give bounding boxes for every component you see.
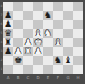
- square-h3[interactable]: [73, 47, 83, 56]
- square-b2[interactable]: ♚: [13, 56, 23, 65]
- piece-white-rook[interactable]: ♜: [24, 47, 32, 56]
- square-g2[interactable]: ♝: [63, 56, 73, 65]
- square-c4[interactable]: ♟: [23, 38, 33, 47]
- file-label-a: A: [3, 74, 13, 81]
- square-f4[interactable]: ♝: [53, 38, 63, 47]
- file-label-c: C: [23, 74, 33, 81]
- square-h2[interactable]: [73, 56, 83, 65]
- piece-white-knight[interactable]: ♞: [44, 29, 52, 38]
- square-d4[interactable]: ♚: [33, 38, 43, 47]
- square-b7[interactable]: [13, 11, 23, 20]
- piece-black-pawn[interactable]: ♟: [4, 47, 12, 56]
- square-c7[interactable]: [23, 11, 33, 20]
- square-b8[interactable]: [13, 2, 23, 11]
- square-f2[interactable]: ♞: [53, 56, 63, 65]
- square-e4[interactable]: [43, 38, 53, 47]
- square-e3[interactable]: [43, 47, 53, 56]
- square-g6[interactable]: [63, 20, 73, 29]
- square-g5[interactable]: [63, 29, 73, 38]
- square-c8[interactable]: [23, 2, 33, 11]
- piece-white-pawn[interactable]: ♟: [34, 47, 42, 56]
- square-g8[interactable]: [63, 2, 73, 11]
- piece-black-queen[interactable]: ♛: [4, 29, 12, 38]
- square-e7[interactable]: ♞: [43, 11, 53, 20]
- square-g4[interactable]: [63, 38, 73, 47]
- piece-black-pawn[interactable]: ♟: [4, 20, 12, 29]
- square-h5[interactable]: [73, 29, 83, 38]
- piece-white-bishop[interactable]: ♝: [34, 29, 42, 38]
- file-labels: ABCDEFGH: [3, 74, 83, 81]
- square-d3[interactable]: ♟: [33, 47, 43, 56]
- file-label-g: G: [63, 74, 73, 81]
- square-d8[interactable]: [33, 2, 43, 11]
- square-b4[interactable]: [13, 38, 23, 47]
- square-g3[interactable]: [63, 47, 73, 56]
- file-label-f: F: [53, 74, 63, 81]
- square-h7[interactable]: [73, 11, 83, 20]
- square-e6[interactable]: [43, 20, 53, 29]
- file-label-d: D: [33, 74, 43, 81]
- file-label-h: H: [73, 74, 83, 81]
- square-e1[interactable]: [43, 65, 53, 74]
- square-e5[interactable]: ♞: [43, 29, 53, 38]
- square-a5[interactable]: ♛: [3, 29, 13, 38]
- piece-white-bishop[interactable]: ♝: [54, 38, 62, 47]
- square-d2[interactable]: [33, 56, 43, 65]
- piece-white-pawn[interactable]: ♟: [14, 47, 22, 56]
- square-c2[interactable]: [23, 56, 33, 65]
- square-c1[interactable]: [23, 65, 33, 74]
- square-a4[interactable]: ♜: [3, 38, 13, 47]
- square-h8[interactable]: [73, 2, 83, 11]
- square-a3[interactable]: ♟: [3, 47, 13, 56]
- square-h6[interactable]: [73, 20, 83, 29]
- square-e8[interactable]: [43, 2, 53, 11]
- square-a8[interactable]: [3, 2, 13, 11]
- square-h4[interactable]: [73, 38, 83, 47]
- square-b3[interactable]: ♟: [13, 47, 23, 56]
- square-c6[interactable]: [23, 20, 33, 29]
- piece-white-king[interactable]: ♚: [34, 38, 42, 47]
- square-d6[interactable]: [33, 20, 43, 29]
- square-f3[interactable]: [53, 47, 63, 56]
- piece-black-king[interactable]: ♚: [14, 56, 22, 65]
- square-d7[interactable]: [33, 11, 43, 20]
- chess-board[interactable]: ♟♞♟♛♝♞♜♟♚♝♟♟♜♟♚♞♝: [3, 2, 83, 74]
- square-f7[interactable]: [53, 11, 63, 20]
- file-label-b: B: [13, 74, 23, 81]
- square-e2[interactable]: [43, 56, 53, 65]
- square-g1[interactable]: [63, 65, 73, 74]
- square-a7[interactable]: ♟: [3, 11, 13, 20]
- square-f5[interactable]: [53, 29, 63, 38]
- square-d1[interactable]: [33, 65, 43, 74]
- square-b5[interactable]: [13, 29, 23, 38]
- piece-black-knight[interactable]: ♞: [44, 11, 52, 20]
- square-f8[interactable]: [53, 2, 63, 11]
- square-c5[interactable]: [23, 29, 33, 38]
- piece-white-pawn[interactable]: ♟: [24, 38, 32, 47]
- square-d5[interactable]: ♝: [33, 29, 43, 38]
- square-a6[interactable]: ♟: [3, 20, 13, 29]
- square-g7[interactable]: [63, 11, 73, 20]
- piece-black-knight[interactable]: ♞: [54, 56, 62, 65]
- square-a1[interactable]: [3, 65, 13, 74]
- square-f1[interactable]: [53, 65, 63, 74]
- piece-black-bishop[interactable]: ♝: [64, 56, 72, 65]
- square-f6[interactable]: [53, 20, 63, 29]
- square-a2[interactable]: [3, 56, 13, 65]
- square-c3[interactable]: ♜: [23, 47, 33, 56]
- file-label-e: E: [43, 74, 53, 81]
- square-b6[interactable]: [13, 20, 23, 29]
- chess-board-frame: 87654321 ♟♞♟♛♝♞♜♟♚♝♟♟♜♟♚♞♝ ABCDEFGH: [0, 0, 85, 84]
- square-h1[interactable]: [73, 65, 83, 74]
- piece-black-rook[interactable]: ♜: [4, 38, 12, 47]
- square-b1[interactable]: [13, 65, 23, 74]
- piece-black-pawn[interactable]: ♟: [4, 11, 12, 20]
